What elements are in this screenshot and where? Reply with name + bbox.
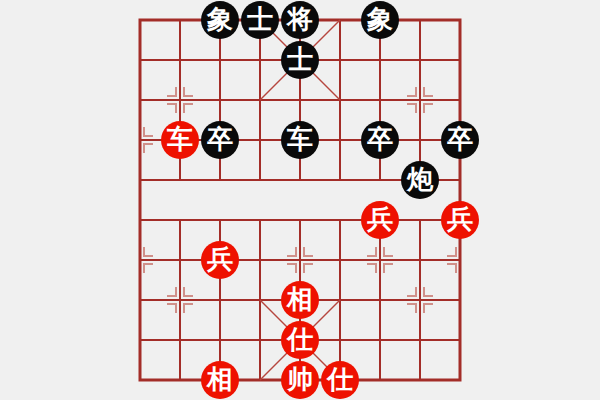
piece-red-elephant-1[interactable]: 相 xyxy=(281,281,319,319)
piece-black-elephant-1[interactable]: 象 xyxy=(201,1,239,39)
piece-red-elephant-2[interactable]: 相 xyxy=(201,361,239,399)
piece-red-advisor-2[interactable]: 仕 xyxy=(321,361,359,399)
board-pieces: 象士将象士车卒车卒卒炮兵兵兵相仕相帅仕 xyxy=(120,0,480,400)
piece-red-soldier-2[interactable]: 兵 xyxy=(441,201,479,239)
piece-black-soldier-2[interactable]: 卒 xyxy=(361,121,399,159)
piece-red-soldier-3[interactable]: 兵 xyxy=(201,241,239,279)
piece-black-chariot[interactable]: 车 xyxy=(281,121,319,159)
xiangqi-board: 象士将象士车卒车卒卒炮兵兵兵相仕相帅仕 xyxy=(0,0,600,400)
piece-red-advisor-1[interactable]: 仕 xyxy=(281,321,319,359)
piece-red-general[interactable]: 帅 xyxy=(281,361,319,399)
piece-black-advisor-1[interactable]: 士 xyxy=(241,1,279,39)
piece-black-elephant-2[interactable]: 象 xyxy=(361,1,399,39)
piece-black-general[interactable]: 将 xyxy=(281,1,319,39)
piece-black-advisor-2[interactable]: 士 xyxy=(281,41,319,79)
piece-red-soldier-1[interactable]: 兵 xyxy=(361,201,399,239)
piece-black-soldier-3[interactable]: 卒 xyxy=(441,121,479,159)
piece-red-chariot[interactable]: 车 xyxy=(161,121,199,159)
piece-black-cannon[interactable]: 炮 xyxy=(401,161,439,199)
piece-black-soldier-1[interactable]: 卒 xyxy=(201,121,239,159)
